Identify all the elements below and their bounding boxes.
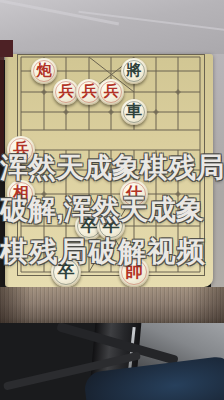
- caption-line-2: 破解,浑然天成象: [0, 189, 224, 231]
- table-edge-shading: [0, 287, 224, 323]
- piece-label: 兵: [58, 82, 73, 101]
- piece-label: 車: [126, 101, 142, 122]
- caption-line-1: 浑然天成象棋残局: [0, 147, 224, 189]
- piece-red-兵: 兵: [98, 79, 124, 105]
- piece-black-車: 車: [121, 99, 148, 126]
- floor-scene: [0, 323, 224, 400]
- piece-label: 兵: [103, 82, 118, 101]
- caption-line-3: 棋残局破解视频: [0, 231, 224, 273]
- table-edge-cushion: [0, 287, 224, 323]
- caption-overlay: 浑然天成象棋残局 破解,浑然天成象 棋残局破解视频: [0, 147, 224, 273]
- screenshot-root: { "game": "xiangqi", "position": { "fen"…: [0, 0, 224, 400]
- piece-label: 炮: [36, 61, 51, 80]
- piece-label: 將: [126, 61, 141, 80]
- piece-red-炮: 炮: [31, 58, 57, 84]
- piece-black-將: 將: [121, 58, 147, 84]
- piece-label: 兵: [81, 82, 96, 101]
